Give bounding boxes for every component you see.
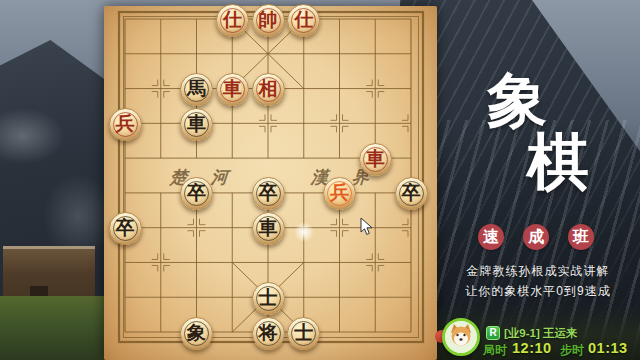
- piece-char: 車: [223, 79, 242, 98]
- promo-title-char-xiang: 象: [487, 70, 547, 130]
- piece-char: 兵: [116, 114, 135, 133]
- piece-char: 卒: [259, 183, 278, 202]
- game-time-value: 12:10: [512, 340, 552, 356]
- promo-line-1: 金牌教练孙根成实战讲解: [436, 263, 640, 280]
- piece-char: 象: [187, 323, 206, 342]
- piece-black-advisor[interactable]: 士: [252, 282, 285, 315]
- piece-black-horse[interactable]: 馬: [180, 73, 213, 106]
- promo-badge-su: 速: [478, 224, 504, 250]
- piece-red-elephant[interactable]: 相: [252, 73, 285, 106]
- piece-black-elephant[interactable]: 象: [180, 317, 213, 350]
- promo-line-2: 让你的象棋水平0到9速成: [436, 283, 640, 300]
- piece-red-pawn[interactable]: 兵: [109, 108, 142, 141]
- mouse-cursor: [360, 217, 373, 236]
- piece-black-chariot[interactable]: 車: [252, 212, 285, 245]
- step-time-value: 01:13: [588, 340, 628, 356]
- app-screen: 楚 河 漢 界 仕帥仕車相兵車兵馬車卒卒卒卒車士象将士 象 棋 速 成 班 金牌…: [0, 0, 640, 360]
- rank-badge-icon: R: [486, 326, 500, 340]
- piece-char: 車: [259, 218, 278, 237]
- piece-char: 馬: [187, 79, 206, 98]
- piece-red-general[interactable]: 帥: [252, 4, 285, 37]
- background-grass: [0, 296, 112, 360]
- piece-red-advisor[interactable]: 仕: [287, 4, 320, 37]
- piece-black-pawn[interactable]: 卒: [252, 177, 285, 210]
- piece-char: 卒: [116, 218, 135, 237]
- piece-char: 将: [259, 323, 278, 342]
- player-name: [业9-1] 王运来: [504, 326, 577, 341]
- move-highlight-dot: [294, 222, 314, 242]
- piece-char: 相: [259, 79, 278, 98]
- step-time-label: 步时: [560, 342, 584, 359]
- piece-char: 士: [294, 323, 313, 342]
- piece-char: 兵: [330, 183, 349, 202]
- piece-black-advisor[interactable]: 士: [287, 317, 320, 350]
- piece-red-chariot[interactable]: 車: [359, 143, 392, 176]
- promo-badge-ban: 班: [568, 224, 594, 250]
- piece-char: 帥: [259, 10, 278, 29]
- piece-black-chariot[interactable]: 車: [180, 108, 213, 141]
- shiba-dog-icon: [445, 321, 477, 353]
- piece-black-general[interactable]: 将: [252, 317, 285, 350]
- promo-badge-cheng: 成: [523, 224, 549, 250]
- piece-black-pawn[interactable]: 卒: [109, 212, 142, 245]
- piece-char: 仕: [223, 10, 242, 29]
- piece-red-advisor[interactable]: 仕: [216, 4, 249, 37]
- piece-char: 士: [259, 288, 278, 307]
- game-time-label: 局时: [483, 342, 507, 359]
- piece-char: 車: [187, 114, 206, 133]
- piece-char: 卒: [402, 183, 421, 202]
- promo-title-char-qi: 棋: [527, 131, 589, 193]
- piece-char: 仕: [294, 10, 313, 29]
- piece-black-pawn[interactable]: 卒: [395, 177, 428, 210]
- player-avatar[interactable]: [442, 318, 480, 356]
- piece-char: 卒: [187, 183, 206, 202]
- piece-red-chariot[interactable]: 車: [216, 73, 249, 106]
- piece-char: 車: [366, 149, 385, 168]
